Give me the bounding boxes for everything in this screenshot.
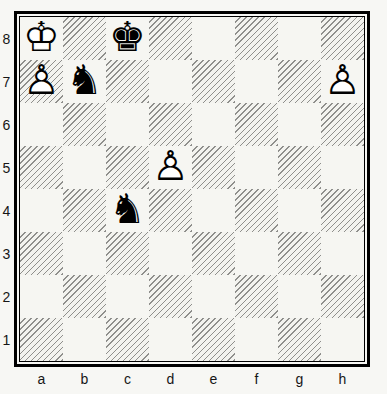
square-h4[interactable] <box>321 189 364 232</box>
square-h1[interactable] <box>321 318 364 361</box>
square-c2[interactable] <box>106 275 149 318</box>
rank-label-5: 5 <box>0 146 13 189</box>
square-e6[interactable] <box>192 103 235 146</box>
square-d8[interactable] <box>149 17 192 60</box>
square-c8[interactable]: ♚ <box>106 17 149 60</box>
square-h3[interactable] <box>321 232 364 275</box>
piece-white-pawn[interactable]: ♟♙ <box>321 60 364 103</box>
square-f1[interactable] <box>235 318 278 361</box>
rank-label-6: 6 <box>0 103 13 146</box>
piece-white-pawn[interactable]: ♟♙ <box>149 146 192 189</box>
square-e7[interactable] <box>192 60 235 103</box>
square-a3[interactable] <box>20 232 63 275</box>
square-b6[interactable] <box>63 103 106 146</box>
square-h6[interactable] <box>321 103 364 146</box>
square-g8[interactable] <box>278 17 321 60</box>
square-d2[interactable] <box>149 275 192 318</box>
board-inner-border: ♚♔♚♟♙♞♟♙♟♙♞ <box>19 16 365 362</box>
square-b8[interactable] <box>63 17 106 60</box>
rank-label-2: 2 <box>0 275 13 318</box>
rank-label-4: 4 <box>0 189 13 232</box>
rank-label-3: 3 <box>0 232 13 275</box>
square-d3[interactable] <box>149 232 192 275</box>
square-c7[interactable] <box>106 60 149 103</box>
square-d7[interactable] <box>149 60 192 103</box>
white-pawn-outline-glyph: ♙ <box>20 60 63 103</box>
square-c4[interactable]: ♞ <box>106 189 149 232</box>
black-king-glyph: ♚ <box>106 17 149 60</box>
square-e1[interactable] <box>192 318 235 361</box>
square-g1[interactable] <box>278 318 321 361</box>
black-knight-glyph: ♞ <box>106 189 149 232</box>
square-g5[interactable] <box>278 146 321 189</box>
square-a5[interactable] <box>20 146 63 189</box>
square-d1[interactable] <box>149 318 192 361</box>
square-b4[interactable] <box>63 189 106 232</box>
square-c6[interactable] <box>106 103 149 146</box>
board-grid: ♚♔♚♟♙♞♟♙♟♙♞ <box>20 17 364 361</box>
square-c3[interactable] <box>106 232 149 275</box>
square-b1[interactable] <box>63 318 106 361</box>
rank-label-7: 7 <box>0 60 13 103</box>
square-e2[interactable] <box>192 275 235 318</box>
square-g2[interactable] <box>278 275 321 318</box>
square-e5[interactable] <box>192 146 235 189</box>
square-e3[interactable] <box>192 232 235 275</box>
file-label-b: b <box>63 369 106 389</box>
file-label-c: c <box>106 369 149 389</box>
white-pawn-outline-glyph: ♙ <box>149 146 192 189</box>
square-f4[interactable] <box>235 189 278 232</box>
piece-black-king[interactable]: ♚ <box>106 17 149 60</box>
file-label-h: h <box>321 369 364 389</box>
square-a8[interactable]: ♚♔ <box>20 17 63 60</box>
square-b5[interactable] <box>63 146 106 189</box>
square-f8[interactable] <box>235 17 278 60</box>
square-c5[interactable] <box>106 146 149 189</box>
file-label-d: d <box>149 369 192 389</box>
piece-black-knight[interactable]: ♞ <box>63 60 106 103</box>
file-label-a: a <box>20 369 63 389</box>
square-g7[interactable] <box>278 60 321 103</box>
square-a6[interactable] <box>20 103 63 146</box>
square-a1[interactable] <box>20 318 63 361</box>
square-d6[interactable] <box>149 103 192 146</box>
square-f6[interactable] <box>235 103 278 146</box>
square-f3[interactable] <box>235 232 278 275</box>
file-label-e: e <box>192 369 235 389</box>
square-e8[interactable] <box>192 17 235 60</box>
piece-white-king[interactable]: ♚♔ <box>20 17 63 60</box>
square-c1[interactable] <box>106 318 149 361</box>
square-b3[interactable] <box>63 232 106 275</box>
piece-black-knight[interactable]: ♞ <box>106 189 149 232</box>
black-knight-glyph: ♞ <box>63 60 106 103</box>
piece-white-pawn[interactable]: ♟♙ <box>20 60 63 103</box>
square-g4[interactable] <box>278 189 321 232</box>
chessboard: ♚♔♚♟♙♞♟♙♟♙♞ <box>14 11 370 367</box>
square-e4[interactable] <box>192 189 235 232</box>
square-g6[interactable] <box>278 103 321 146</box>
file-label-g: g <box>278 369 321 389</box>
square-f5[interactable] <box>235 146 278 189</box>
file-label-f: f <box>235 369 278 389</box>
square-a4[interactable] <box>20 189 63 232</box>
square-b2[interactable] <box>63 275 106 318</box>
square-a7[interactable]: ♟♙ <box>20 60 63 103</box>
square-h7[interactable]: ♟♙ <box>321 60 364 103</box>
square-a2[interactable] <box>20 275 63 318</box>
white-pawn-outline-glyph: ♙ <box>321 60 364 103</box>
square-h8[interactable] <box>321 17 364 60</box>
rank-label-1: 1 <box>0 318 13 361</box>
white-king-outline-glyph: ♔ <box>20 17 63 60</box>
square-h2[interactable] <box>321 275 364 318</box>
square-d4[interactable] <box>149 189 192 232</box>
square-b7[interactable]: ♞ <box>63 60 106 103</box>
square-f2[interactable] <box>235 275 278 318</box>
square-d5[interactable]: ♟♙ <box>149 146 192 189</box>
rank-label-8: 8 <box>0 17 13 60</box>
square-f7[interactable] <box>235 60 278 103</box>
square-h5[interactable] <box>321 146 364 189</box>
square-g3[interactable] <box>278 232 321 275</box>
